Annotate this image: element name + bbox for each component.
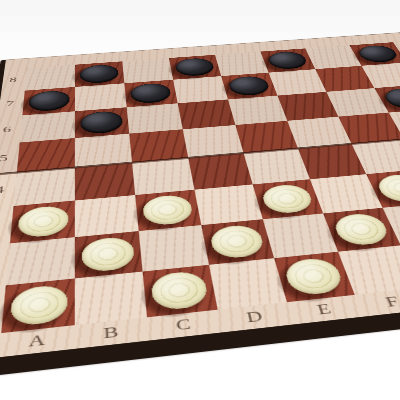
rank-label-6: 6 — [0, 122, 21, 137]
square-c1[interactable] — [143, 265, 218, 318]
square-a4[interactable] — [14, 168, 75, 206]
piece-black-c7[interactable] — [130, 82, 172, 104]
piece-side — [331, 212, 392, 247]
board-face: ABCDEFGH12345678 — [0, 32, 400, 361]
square-b1[interactable] — [75, 272, 147, 326]
piece-side — [260, 183, 315, 214]
piece-side — [209, 224, 266, 260]
square-d6[interactable] — [178, 99, 236, 129]
photo-background: ABCDEFGH12345678 — [0, 0, 400, 400]
square-d4[interactable] — [188, 153, 252, 189]
piece-side — [10, 284, 68, 327]
square-g2[interactable] — [383, 202, 400, 245]
file-label-e: E — [287, 295, 363, 325]
piece-side — [10, 284, 68, 327]
piece-black-b8[interactable] — [80, 64, 119, 84]
piece-shadow — [0, 285, 66, 336]
piece-top — [374, 173, 400, 203]
square-d2[interactable] — [201, 219, 274, 265]
rank-label-3: 3 — [0, 216, 11, 236]
piece-top — [10, 284, 68, 327]
piece-side — [150, 270, 209, 311]
square-b4[interactable] — [75, 163, 135, 201]
square-b3[interactable] — [75, 195, 139, 237]
piece-top — [150, 270, 209, 311]
piece-side — [282, 257, 345, 297]
piece-black-d8[interactable] — [174, 57, 215, 77]
file-label-a: A — [0, 325, 75, 357]
piece-shadow — [71, 237, 134, 281]
square-f3[interactable] — [310, 174, 383, 213]
piece-side — [142, 194, 194, 227]
piece-top — [282, 257, 345, 297]
piece-side — [150, 270, 209, 311]
square-c8[interactable] — [122, 58, 173, 83]
square-e2[interactable] — [263, 213, 338, 258]
piece-black-e7[interactable] — [227, 75, 271, 96]
square-c2[interactable] — [139, 225, 209, 271]
rank-label-2: 2 — [0, 254, 8, 277]
piece-shadow — [199, 225, 267, 268]
piece-side — [10, 284, 68, 327]
piece-side — [260, 183, 315, 214]
piece-shadow — [132, 195, 193, 234]
board-squares — [1, 42, 400, 333]
piece-top — [209, 224, 266, 260]
piece-side — [209, 224, 266, 260]
square-d3[interactable] — [194, 184, 262, 225]
piece-black-h6[interactable] — [381, 87, 400, 109]
square-b5[interactable] — [75, 134, 132, 168]
rank-label-8: 8 — [1, 74, 25, 86]
square-c4[interactable] — [132, 158, 194, 195]
rank-label-1: 1 — [0, 298, 3, 324]
piece-white-a3[interactable] — [17, 205, 68, 239]
piece-side — [10, 284, 68, 327]
piece-shadow — [6, 206, 67, 246]
piece-side — [209, 224, 266, 260]
piece-side — [17, 205, 68, 239]
piece-top — [82, 236, 135, 273]
piece-white-f2[interactable] — [331, 212, 392, 247]
square-f1[interactable] — [338, 245, 400, 295]
square-a3[interactable] — [10, 200, 75, 243]
piece-side — [282, 257, 345, 297]
piece-side — [260, 183, 315, 214]
piece-side — [17, 205, 68, 239]
piece-side — [282, 257, 345, 297]
piece-side — [142, 194, 194, 227]
piece-side — [150, 270, 209, 311]
square-e1[interactable] — [274, 252, 355, 302]
square-a2[interactable] — [6, 237, 75, 285]
piece-shadow — [322, 213, 394, 254]
piece-top — [260, 183, 315, 214]
piece-side — [142, 194, 194, 227]
piece-shadow — [140, 271, 210, 320]
piece-white-e1[interactable] — [282, 257, 345, 297]
piece-side — [331, 212, 392, 247]
rank-label-4: 4 — [0, 181, 15, 199]
square-d1[interactable] — [209, 258, 287, 309]
square-a8[interactable] — [25, 65, 75, 91]
piece-side — [150, 270, 209, 311]
piece-side — [142, 194, 194, 227]
piece-side — [82, 236, 135, 273]
piece-shadow — [272, 258, 347, 305]
piece-top — [331, 212, 392, 247]
piece-side — [282, 257, 345, 297]
square-e3[interactable] — [253, 179, 324, 219]
square-e8[interactable] — [215, 52, 269, 77]
file-label-c: C — [147, 310, 222, 341]
square-a6[interactable] — [20, 111, 75, 142]
square-a5[interactable] — [17, 138, 75, 173]
piece-white-c1[interactable] — [150, 270, 209, 311]
piece-top — [142, 194, 194, 227]
piece-white-a1[interactable] — [10, 284, 68, 327]
piece-side — [374, 173, 400, 203]
piece-side — [374, 173, 400, 203]
piece-side — [209, 224, 266, 260]
piece-side — [331, 212, 392, 247]
piece-side — [374, 173, 400, 203]
piece-top — [17, 205, 68, 239]
piece-side — [374, 173, 400, 203]
piece-side — [82, 236, 135, 273]
piece-side — [17, 205, 68, 239]
piece-black-a7[interactable] — [28, 90, 69, 112]
file-label-d: D — [218, 302, 294, 332]
square-b2[interactable] — [75, 231, 143, 278]
piece-white-b2[interactable] — [82, 236, 135, 273]
piece-white-d2[interactable] — [209, 224, 266, 260]
piece-white-e3[interactable] — [260, 183, 315, 214]
piece-shadow — [365, 174, 400, 210]
piece-black-b6[interactable] — [81, 110, 124, 134]
piece-white-c3[interactable] — [142, 194, 194, 227]
file-label-b: B — [75, 317, 149, 349]
square-c6[interactable] — [127, 103, 183, 133]
square-c3[interactable] — [135, 190, 201, 231]
checkers-board: ABCDEFGH12345678 — [0, 32, 400, 381]
square-a1[interactable] — [1, 278, 75, 333]
piece-side — [331, 212, 392, 247]
rank-label-5: 5 — [0, 150, 18, 166]
square-g3[interactable] — [366, 169, 400, 208]
piece-white-g3[interactable] — [374, 173, 400, 203]
square-f2[interactable] — [323, 208, 400, 252]
piece-shadow — [251, 184, 317, 221]
piece-side — [82, 236, 135, 273]
piece-side — [17, 205, 68, 239]
piece-black-f8[interactable] — [266, 51, 309, 70]
file-label-f: F — [355, 288, 400, 317]
square-g4[interactable] — [352, 139, 400, 174]
piece-side — [82, 236, 135, 273]
piece-side — [260, 183, 315, 214]
